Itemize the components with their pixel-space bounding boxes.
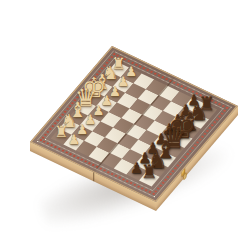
product-photo-chess-set[interactable]: ♜♞♝♛♚♝♞♜♟♟♟♟♟♟♟♟♟♟♟♟♟♟♟♟♜♞♝♛♚♝♞♜: [0, 0, 250, 250]
fold-joint-side: [93, 172, 94, 181]
brass-clasp-ring-icon: [183, 171, 186, 180]
